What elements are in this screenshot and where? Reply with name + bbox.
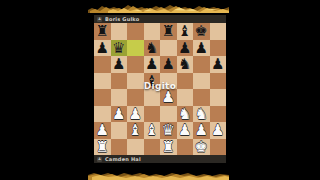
- piece-black-pawn: ♟: [195, 40, 208, 57]
- flame-decoration-top: [88, 1, 229, 14]
- square-g3[interactable]: ♞: [193, 106, 210, 123]
- piece-white-bishop: ♝: [145, 122, 158, 139]
- square-e4[interactable]: ♟: [160, 89, 177, 106]
- piece-white-pawn: ♟: [112, 106, 125, 123]
- piece-black-pawn: ♟: [96, 40, 109, 57]
- square-c6[interactable]: [127, 56, 144, 73]
- player-name-bottom: Camden Hal: [105, 157, 141, 162]
- piece-black-queen: ♛: [112, 40, 125, 57]
- square-e1[interactable]: ♜: [160, 139, 177, 156]
- square-h6[interactable]: ♟: [210, 56, 227, 73]
- square-h2[interactable]: ♟: [210, 122, 227, 139]
- piece-black-pawn: ♟: [178, 40, 191, 57]
- square-h4[interactable]: [210, 89, 227, 106]
- piece-white-pawn: ♟: [211, 122, 224, 139]
- piece-black-pawn: ♟: [211, 56, 224, 73]
- square-d8[interactable]: [144, 23, 161, 40]
- square-f7[interactable]: ♟: [177, 40, 194, 57]
- square-c8[interactable]: [127, 23, 144, 40]
- piece-black-pawn: ♟: [162, 56, 175, 73]
- piece-black-king: ♚: [195, 23, 208, 40]
- piece-black-pawn: ♟: [112, 56, 125, 73]
- square-f3[interactable]: ♞: [177, 106, 194, 123]
- chess-app-screenshot: ♟ Boris Gulko ♜♜♝♚♟♛♞♟♟♟♟♟♞♟♝♟♟♟♞♞♟♝♝♛♟♟…: [94, 15, 226, 163]
- watermark-text: Digito: [94, 81, 226, 91]
- square-c7[interactable]: [127, 40, 144, 57]
- flame-decoration-bottom: [88, 171, 229, 180]
- piece-black-knight: ♞: [145, 40, 158, 57]
- square-e2[interactable]: ♛: [160, 122, 177, 139]
- square-g6[interactable]: [193, 56, 210, 73]
- square-f2[interactable]: ♟: [177, 122, 194, 139]
- player-avatar-top: ♟: [97, 17, 102, 22]
- square-g4[interactable]: [193, 89, 210, 106]
- piece-white-knight: ♞: [178, 106, 191, 123]
- square-b8[interactable]: [111, 23, 128, 40]
- piece-white-king: ♚: [195, 139, 208, 156]
- square-f1[interactable]: [177, 139, 194, 156]
- square-h1[interactable]: [210, 139, 227, 156]
- square-d4[interactable]: [144, 89, 161, 106]
- player-avatar-bottom: ♟: [97, 157, 102, 162]
- piece-black-rook: ♜: [96, 23, 109, 40]
- piece-white-rook: ♜: [96, 139, 109, 156]
- square-c1[interactable]: [127, 139, 144, 156]
- square-h7[interactable]: [210, 40, 227, 57]
- square-d3[interactable]: [144, 106, 161, 123]
- square-b2[interactable]: [111, 122, 128, 139]
- square-f6[interactable]: ♞: [177, 56, 194, 73]
- square-a2[interactable]: ♟: [94, 122, 111, 139]
- square-f8[interactable]: ♝: [177, 23, 194, 40]
- square-a8[interactable]: ♜: [94, 23, 111, 40]
- square-e8[interactable]: ♜: [160, 23, 177, 40]
- square-d2[interactable]: ♝: [144, 122, 161, 139]
- square-a3[interactable]: [94, 106, 111, 123]
- square-b3[interactable]: ♟: [111, 106, 128, 123]
- piece-white-pawn: ♟: [96, 122, 109, 139]
- piece-black-bishop: ♝: [178, 23, 191, 40]
- square-a7[interactable]: ♟: [94, 40, 111, 57]
- square-b4[interactable]: [111, 89, 128, 106]
- piece-white-rook: ♜: [162, 139, 175, 156]
- square-g7[interactable]: ♟: [193, 40, 210, 57]
- pawn-icon: ♟: [98, 157, 102, 161]
- square-f4[interactable]: [177, 89, 194, 106]
- square-c4[interactable]: [127, 89, 144, 106]
- piece-white-pawn: ♟: [195, 122, 208, 139]
- square-b7[interactable]: ♛: [111, 40, 128, 57]
- square-d7[interactable]: ♞: [144, 40, 161, 57]
- square-g1[interactable]: ♚: [193, 139, 210, 156]
- player-bar-bottom: ♟ Camden Hal: [94, 155, 226, 163]
- piece-black-pawn: ♟: [145, 56, 158, 73]
- piece-white-queen: ♛: [162, 122, 175, 139]
- piece-black-knight: ♞: [178, 56, 191, 73]
- piece-black-rook: ♜: [162, 23, 175, 40]
- piece-white-bishop: ♝: [129, 122, 142, 139]
- square-e7[interactable]: [160, 40, 177, 57]
- piece-white-pawn: ♟: [178, 122, 191, 139]
- player-bar-top: ♟ Boris Gulko: [94, 15, 226, 23]
- piece-white-pawn: ♟: [162, 89, 175, 106]
- square-h8[interactable]: [210, 23, 227, 40]
- video-frame: ♟ Boris Gulko ♜♜♝♚♟♛♞♟♟♟♟♟♞♟♝♟♟♟♞♞♟♝♝♛♟♟…: [0, 0, 320, 180]
- piece-white-pawn: ♟: [129, 106, 142, 123]
- square-g2[interactable]: ♟: [193, 122, 210, 139]
- square-g8[interactable]: ♚: [193, 23, 210, 40]
- square-h3[interactable]: [210, 106, 227, 123]
- square-b6[interactable]: ♟: [111, 56, 128, 73]
- pawn-icon: ♟: [98, 17, 102, 21]
- piece-white-knight: ♞: [195, 106, 208, 123]
- square-a6[interactable]: [94, 56, 111, 73]
- square-d6[interactable]: ♟: [144, 56, 161, 73]
- square-c2[interactable]: ♝: [127, 122, 144, 139]
- square-e3[interactable]: [160, 106, 177, 123]
- square-d1[interactable]: [144, 139, 161, 156]
- square-e6[interactable]: ♟: [160, 56, 177, 73]
- square-a4[interactable]: [94, 89, 111, 106]
- square-c3[interactable]: ♟: [127, 106, 144, 123]
- square-a1[interactable]: ♜: [94, 139, 111, 156]
- player-name-top: Boris Gulko: [105, 17, 139, 22]
- square-b1[interactable]: [111, 139, 128, 156]
